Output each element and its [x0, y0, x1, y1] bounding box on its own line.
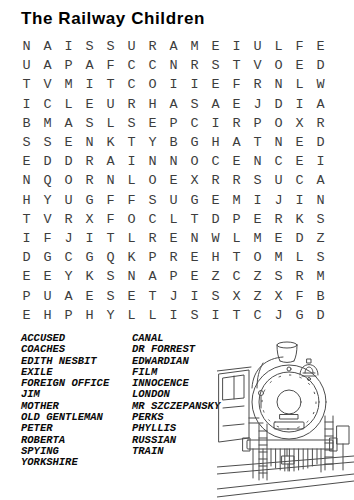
- grid-cell-r3c10: E: [205, 75, 226, 94]
- grid-cell-r7c10: C: [205, 152, 226, 171]
- grid-cell-r11c9: N: [184, 229, 205, 248]
- grid-cell-r6c14: E: [289, 133, 310, 152]
- grid-cell-r15c7: L: [142, 306, 163, 325]
- grid-cell-r9c2: Y: [37, 191, 58, 210]
- grid-cell-r14c4: E: [79, 286, 100, 305]
- grid-cell-r4c1: I: [16, 95, 37, 114]
- grid-cell-r10c14: K: [289, 210, 310, 229]
- grid-cell-r15c3: P: [58, 306, 79, 325]
- grid-cell-r1c3: I: [58, 37, 79, 56]
- grid-cell-r1c4: S: [79, 37, 100, 56]
- grid-cell-r12c6: K: [121, 248, 142, 267]
- grid-cell-r5c3: A: [58, 114, 79, 133]
- grid-cell-r15c8: I: [163, 306, 184, 325]
- grid-cell-r9c10: E: [205, 191, 226, 210]
- grid-cell-r14c11: X: [226, 286, 247, 305]
- grid-cell-r6c5: K: [100, 133, 121, 152]
- grid-cell-r15c6: L: [121, 306, 142, 325]
- steam-train-illustration: [217, 330, 354, 500]
- grid-cell-r8c6: L: [121, 171, 142, 190]
- grid-cell-r15c11: T: [226, 306, 247, 325]
- grid-cell-r2c11: T: [226, 56, 247, 75]
- grid-cell-r7c9: O: [184, 152, 205, 171]
- grid-cell-r8c13: U: [268, 171, 289, 190]
- grid-cell-r1c10: E: [205, 37, 226, 56]
- grid-cell-r10c5: F: [100, 210, 121, 229]
- grid-cell-r9c15: N: [310, 191, 331, 210]
- grid-cell-r4c14: I: [289, 95, 310, 114]
- grid-cell-r4c4: E: [79, 95, 100, 114]
- grid-cell-r10c13: R: [268, 210, 289, 229]
- grid-cell-r6c2: S: [37, 133, 58, 152]
- grid-cell-r8c9: X: [184, 171, 205, 190]
- grid-cell-r9c8: U: [163, 191, 184, 210]
- grid-cell-r1c12: U: [247, 37, 268, 56]
- grid-cell-r11c15: Z: [310, 229, 331, 248]
- grid-cell-r14c10: S: [205, 286, 226, 305]
- grid-cell-r4c11: E: [226, 95, 247, 114]
- grid-cell-r3c3: M: [58, 75, 79, 94]
- grid-cell-r11c5: T: [100, 229, 121, 248]
- grid-cell-r15c14: G: [289, 306, 310, 325]
- grid-cell-r13c11: C: [226, 267, 247, 286]
- grid-cell-r2c14: E: [289, 56, 310, 75]
- grid-cell-r4c3: L: [58, 95, 79, 114]
- grid-cell-r10c10: D: [205, 210, 226, 229]
- grid-cell-r7c14: E: [289, 152, 310, 171]
- grid-cell-r10c7: C: [142, 210, 163, 229]
- grid-cell-r11c14: D: [289, 229, 310, 248]
- grid-cell-r1c9: M: [184, 37, 205, 56]
- grid-cell-r13c3: Y: [58, 267, 79, 286]
- grid-cell-r6c1: S: [16, 133, 37, 152]
- grid-cell-r12c12: O: [247, 248, 268, 267]
- grid-cell-r10c12: E: [247, 210, 268, 229]
- grid-cell-r14c7: T: [142, 286, 163, 305]
- grid-cell-r6c3: E: [58, 133, 79, 152]
- grid-cell-r4c15: A: [310, 95, 331, 114]
- grid-cell-r5c15: R: [310, 114, 331, 133]
- worksheet-page: The Railway Children NAISSURAMEIULFEUAPA…: [0, 0, 354, 500]
- grid-cell-r7c7: N: [142, 152, 163, 171]
- grid-cell-r1c6: U: [121, 37, 142, 56]
- grid-cell-r5c13: O: [268, 114, 289, 133]
- grid-cell-r14c9: I: [184, 286, 205, 305]
- puzzle-title: The Railway Children: [21, 9, 205, 29]
- grid-cell-r12c13: M: [268, 248, 289, 267]
- grid-cell-r5c14: X: [289, 114, 310, 133]
- grid-cell-r9c3: U: [58, 191, 79, 210]
- grid-cell-r15c2: H: [37, 306, 58, 325]
- grid-cell-r3c11: F: [226, 75, 247, 94]
- grid-cell-r2c6: C: [121, 56, 142, 75]
- grid-cell-r7c1: E: [16, 152, 37, 171]
- grid-cell-r9c9: G: [184, 191, 205, 210]
- grid-cell-r7c4: R: [79, 152, 100, 171]
- grid-cell-r13c4: K: [79, 267, 100, 286]
- word-search-grid: NAISSURAMEIULFEUAPAFCCNRSTVOEDTVMITCOIIE…: [16, 37, 331, 325]
- grid-cell-r5c4: S: [79, 114, 100, 133]
- grid-cell-r4c7: H: [142, 95, 163, 114]
- cab-lines: [217, 367, 251, 442]
- grid-cell-r15c4: H: [79, 306, 100, 325]
- grid-cell-r3c7: O: [142, 75, 163, 94]
- grid-cell-r2c1: U: [16, 56, 37, 75]
- grid-cell-r9c4: G: [79, 191, 100, 210]
- grid-cell-r8c12: S: [247, 171, 268, 190]
- smokebox-lines: [252, 365, 326, 439]
- grid-cell-r9c12: I: [247, 191, 268, 210]
- grid-cell-r2c13: O: [268, 56, 289, 75]
- grid-cell-r3c12: R: [247, 75, 268, 94]
- grid-cell-r14c14: F: [289, 286, 310, 305]
- grid-cell-r14c15: B: [310, 286, 331, 305]
- grid-cell-r8c7: O: [142, 171, 163, 190]
- grid-cell-r15c13: J: [268, 306, 289, 325]
- grid-cell-r14c5: S: [100, 286, 121, 305]
- grid-cell-r11c6: L: [121, 229, 142, 248]
- grid-cell-r1c5: S: [100, 37, 121, 56]
- grid-cell-r1c11: I: [226, 37, 247, 56]
- smokestack-lines: [277, 342, 297, 363]
- grid-cell-r3c1: T: [16, 75, 37, 94]
- grid-cell-r3c14: L: [289, 75, 310, 94]
- grid-cell-r6c11: A: [226, 133, 247, 152]
- grid-cell-r7c12: N: [247, 152, 268, 171]
- grid-cell-r13c9: E: [184, 267, 205, 286]
- grid-cell-r7c11: E: [226, 152, 247, 171]
- grid-cell-r12c2: G: [37, 248, 58, 267]
- grid-cell-r7c8: N: [163, 152, 184, 171]
- grid-cell-r3c5: T: [100, 75, 121, 94]
- grid-cell-r10c8: L: [163, 210, 184, 229]
- grid-cell-r5c10: I: [205, 114, 226, 133]
- grid-cell-r9c11: M: [226, 191, 247, 210]
- grid-cell-r8c4: R: [79, 171, 100, 190]
- grid-cell-r8c11: R: [226, 171, 247, 190]
- grid-cell-r5c8: P: [163, 114, 184, 133]
- grid-cell-r7c2: D: [37, 152, 58, 171]
- grid-cell-r10c2: V: [37, 210, 58, 229]
- word-list-item: DR FORREST: [132, 344, 220, 355]
- grid-cell-r13c10: Z: [205, 267, 226, 286]
- grid-cell-r12c3: C: [58, 248, 79, 267]
- grid-cell-r15c9: S: [184, 306, 205, 325]
- word-list-column-2: CANALDR FORRESTEDWARDIANFILMINNOCENCELON…: [132, 333, 220, 457]
- grid-cell-r8c8: E: [163, 171, 184, 190]
- grid-cell-r7c13: C: [268, 152, 289, 171]
- grid-cell-r7c6: I: [121, 152, 142, 171]
- grid-cell-r9c14: I: [289, 191, 310, 210]
- grid-cell-r1c2: A: [37, 37, 58, 56]
- grid-cell-r11c8: E: [163, 229, 184, 248]
- grid-cell-r6c10: H: [205, 133, 226, 152]
- grid-cell-r13c5: S: [100, 267, 121, 286]
- grid-cell-r3c9: I: [184, 75, 205, 94]
- grid-cell-r14c3: A: [58, 286, 79, 305]
- grid-cell-r2c15: D: [310, 56, 331, 75]
- grid-cell-r6c4: N: [79, 133, 100, 152]
- grid-cell-r15c1: E: [16, 306, 37, 325]
- grid-cell-r11c12: M: [247, 229, 268, 248]
- grid-cell-r12c11: T: [226, 248, 247, 267]
- grid-cell-r6c8: B: [163, 133, 184, 152]
- grid-cell-r4c10: A: [205, 95, 226, 114]
- grid-cell-r14c8: J: [163, 286, 184, 305]
- grid-cell-r2c3: P: [58, 56, 79, 75]
- grid-cell-r2c7: C: [142, 56, 163, 75]
- grid-cell-r3c15: W: [310, 75, 331, 94]
- grid-cell-r12c15: S: [310, 248, 331, 267]
- grid-cell-r6c7: Y: [142, 133, 163, 152]
- grid-cell-r12c5: Q: [100, 248, 121, 267]
- grid-cell-r4c13: D: [268, 95, 289, 114]
- grid-cell-r13c6: N: [121, 267, 142, 286]
- grid-cell-r12c8: R: [163, 248, 184, 267]
- grid-cell-r13c13: S: [268, 267, 289, 286]
- grid-cell-r1c7: R: [142, 37, 163, 56]
- grid-cell-r2c2: A: [37, 56, 58, 75]
- grid-cell-r9c7: S: [142, 191, 163, 210]
- grid-cell-r1c13: L: [268, 37, 289, 56]
- grid-cell-r2c12: V: [247, 56, 268, 75]
- grid-cell-r13c8: P: [163, 267, 184, 286]
- grid-cell-r12c9: E: [184, 248, 205, 267]
- grid-cell-r2c4: A: [79, 56, 100, 75]
- grid-cell-r7c15: I: [310, 152, 331, 171]
- grid-cell-r4c6: R: [121, 95, 142, 114]
- grid-cell-r9c5: F: [100, 191, 121, 210]
- grid-cell-r3c2: V: [37, 75, 58, 94]
- grid-cell-r13c12: Z: [247, 267, 268, 286]
- grid-cell-r8c15: A: [310, 171, 331, 190]
- grid-cell-r3c4: I: [79, 75, 100, 94]
- grid-cell-r15c10: I: [205, 306, 226, 325]
- grid-cell-r6c9: G: [184, 133, 205, 152]
- grid-cell-r10c11: P: [226, 210, 247, 229]
- grid-cell-r5c1: B: [16, 114, 37, 133]
- grid-cell-r1c15: E: [310, 37, 331, 56]
- grid-cell-r11c7: R: [142, 229, 163, 248]
- bell-lines: [300, 359, 318, 381]
- grid-cell-r1c1: N: [16, 37, 37, 56]
- grid-cell-r7c3: D: [58, 152, 79, 171]
- grid-cell-r8c10: R: [205, 171, 226, 190]
- grid-cell-r14c13: X: [268, 286, 289, 305]
- grid-cell-r14c12: Z: [247, 286, 268, 305]
- grid-cell-r12c1: D: [16, 248, 37, 267]
- grid-cell-r2c5: F: [100, 56, 121, 75]
- grid-cell-r4c2: C: [37, 95, 58, 114]
- grid-cell-r9c6: F: [121, 191, 142, 210]
- grid-cell-r15c12: C: [247, 306, 268, 325]
- grid-cell-r3c13: N: [268, 75, 289, 94]
- word-list-item: TRAIN: [132, 446, 220, 457]
- word-list-item: PHYLLIS: [132, 423, 220, 434]
- grid-cell-r8c1: N: [16, 171, 37, 190]
- grid-cell-r1c8: A: [163, 37, 184, 56]
- grid-cell-r3c6: C: [121, 75, 142, 94]
- grid-cell-r10c1: T: [16, 210, 37, 229]
- word-list-item: PETER: [21, 423, 109, 434]
- grid-cell-r11c10: W: [205, 229, 226, 248]
- grid-cell-r1c14: F: [289, 37, 310, 56]
- grid-cell-r8c14: C: [289, 171, 310, 190]
- grid-cell-r12c10: H: [205, 248, 226, 267]
- word-list-item: YORKSHIRE: [21, 457, 109, 468]
- grid-cell-r13c1: E: [16, 267, 37, 286]
- grid-cell-r4c12: J: [247, 95, 268, 114]
- grid-cell-r10c9: T: [184, 210, 205, 229]
- grid-cell-r14c2: U: [37, 286, 58, 305]
- grid-cell-r10c6: O: [121, 210, 142, 229]
- grid-cell-r11c13: E: [268, 229, 289, 248]
- grid-cell-r6c15: D: [310, 133, 331, 152]
- grid-cell-r8c3: O: [58, 171, 79, 190]
- grid-cell-r4c5: U: [100, 95, 121, 114]
- grid-cell-r11c2: F: [37, 229, 58, 248]
- grid-cell-r4c8: A: [163, 95, 184, 114]
- grid-cell-r11c4: I: [79, 229, 100, 248]
- grid-cell-r11c11: L: [226, 229, 247, 248]
- grid-cell-r8c5: N: [100, 171, 121, 190]
- grid-cell-r9c1: H: [16, 191, 37, 210]
- grid-cell-r13c15: M: [310, 267, 331, 286]
- grid-cell-r13c14: R: [289, 267, 310, 286]
- grid-cell-r15c15: D: [310, 306, 331, 325]
- grid-cell-r12c4: G: [79, 248, 100, 267]
- grid-cell-r15c5: Y: [100, 306, 121, 325]
- grid-cell-r10c15: S: [310, 210, 331, 229]
- grid-cell-r12c7: P: [142, 248, 163, 267]
- grid-cell-r4c9: S: [184, 95, 205, 114]
- grid-cell-r11c3: J: [58, 229, 79, 248]
- grid-cell-r10c3: R: [58, 210, 79, 229]
- grid-cell-r5c2: M: [37, 114, 58, 133]
- grid-cell-r5c11: R: [226, 114, 247, 133]
- grid-cell-r11c1: I: [16, 229, 37, 248]
- word-list-item: COACHES: [21, 344, 109, 355]
- grid-cell-r13c7: A: [142, 267, 163, 286]
- word-list-column-1: ACCUSEDCOACHESEDITH NESBITEXILEFOREIGN O…: [21, 333, 109, 469]
- grid-cell-r2c8: N: [163, 56, 184, 75]
- grid-cell-r7c5: A: [100, 152, 121, 171]
- grid-cell-r5c6: S: [121, 114, 142, 133]
- grid-cell-r2c9: R: [184, 56, 205, 75]
- grid-cell-r2c10: S: [205, 56, 226, 75]
- grid-cell-r3c8: I: [163, 75, 184, 94]
- grid-cell-r6c6: T: [121, 133, 142, 152]
- grid-cell-r8c2: Q: [37, 171, 58, 190]
- grid-cell-r6c12: T: [247, 133, 268, 152]
- grid-cell-r13c2: E: [37, 267, 58, 286]
- grid-cell-r12c14: L: [289, 248, 310, 267]
- grid-cell-r5c7: E: [142, 114, 163, 133]
- grid-cell-r14c1: P: [16, 286, 37, 305]
- grid-cell-r14c6: E: [121, 286, 142, 305]
- grid-cell-r10c4: X: [79, 210, 100, 229]
- grid-cell-r5c12: P: [247, 114, 268, 133]
- grid-cell-r5c9: C: [184, 114, 205, 133]
- grid-cell-r5c5: L: [100, 114, 121, 133]
- grid-cell-r9c13: J: [268, 191, 289, 210]
- grid-cell-r6c13: N: [268, 133, 289, 152]
